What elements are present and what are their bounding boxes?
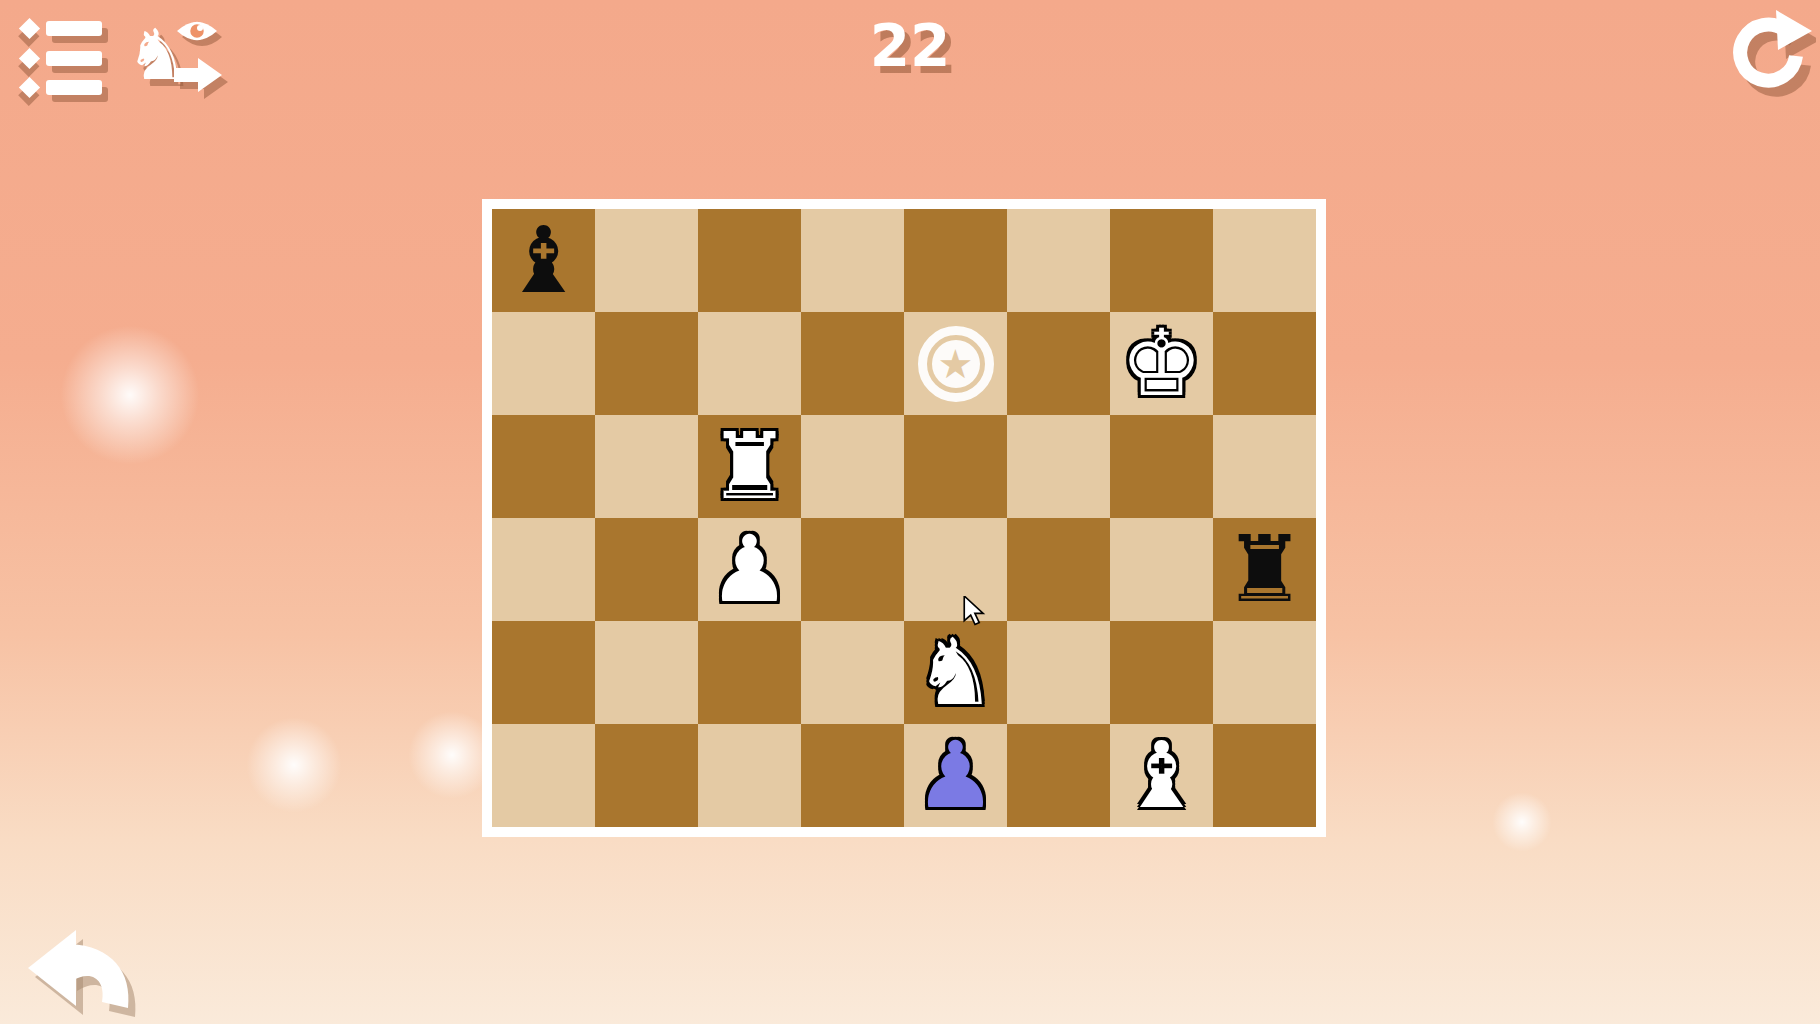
square-r5c3[interactable] [698, 621, 801, 724]
square-r3c4[interactable] [801, 415, 904, 518]
black-rook[interactable]: ♜ [1213, 518, 1316, 621]
square-r1c3[interactable] [698, 209, 801, 312]
square-r4c4[interactable] [801, 518, 904, 621]
square-r2c4[interactable] [801, 312, 904, 415]
board-grid: ★♝♚♜♟♜♞♟♝ [492, 209, 1316, 827]
square-r4c1[interactable] [492, 518, 595, 621]
square-r5c2[interactable] [595, 621, 698, 724]
square-r6c8[interactable] [1213, 724, 1316, 827]
game-screen: ♞ 22 [0, 0, 1820, 1024]
target-ring: ★ [918, 326, 994, 402]
square-r4c5[interactable] [904, 518, 1007, 621]
restart-button[interactable] [1724, 10, 1816, 102]
square-r3c7[interactable] [1110, 415, 1213, 518]
target-marker: ★ [904, 312, 1007, 415]
restart-icon [1724, 10, 1816, 102]
background-glow [60, 325, 200, 465]
square-r6c3[interactable] [698, 724, 801, 827]
white-knight[interactable]: ♞ [904, 621, 1007, 724]
blue-pawn[interactable]: ♟ [904, 724, 1007, 827]
square-r4c6[interactable] [1007, 518, 1110, 621]
square-r2c2[interactable] [595, 312, 698, 415]
level-number: 22 [0, 12, 1820, 80]
square-r4c7[interactable] [1110, 518, 1213, 621]
background-glow [246, 717, 342, 813]
undo-arrow-icon [26, 928, 152, 1020]
square-r3c5[interactable] [904, 415, 1007, 518]
square-r3c1[interactable] [492, 415, 595, 518]
square-r5c1[interactable] [492, 621, 595, 724]
list-icon [22, 79, 108, 96]
white-rook[interactable]: ♜ [698, 415, 801, 518]
square-r1c6[interactable] [1007, 209, 1110, 312]
square-r3c2[interactable] [595, 415, 698, 518]
square-r1c2[interactable] [595, 209, 698, 312]
square-r5c4[interactable] [801, 621, 904, 724]
square-r5c6[interactable] [1007, 621, 1110, 724]
square-r2c3[interactable] [698, 312, 801, 415]
list-bullet-icon [19, 77, 40, 98]
square-r4c2[interactable] [595, 518, 698, 621]
list-bar-icon [46, 80, 102, 95]
square-r6c2[interactable] [595, 724, 698, 827]
square-r3c6[interactable] [1007, 415, 1110, 518]
target-disc: ★ [932, 340, 980, 388]
square-r5c7[interactable] [1110, 621, 1213, 724]
square-r1c4[interactable] [801, 209, 904, 312]
chess-board: ★♝♚♜♟♜♞♟♝ [482, 199, 1326, 837]
black-bishop[interactable]: ♝ [492, 209, 595, 312]
undo-button[interactable] [26, 928, 152, 1020]
star-icon: ★ [938, 344, 974, 384]
square-r5c8[interactable] [1213, 621, 1316, 724]
white-king[interactable]: ♚ [1110, 312, 1213, 415]
square-r1c8[interactable] [1213, 209, 1316, 312]
white-pawn[interactable]: ♟ [698, 518, 801, 621]
square-r2c8[interactable] [1213, 312, 1316, 415]
square-r2c1[interactable] [492, 312, 595, 415]
square-r1c5[interactable] [904, 209, 1007, 312]
square-r3c8[interactable] [1213, 415, 1316, 518]
square-r1c7[interactable] [1110, 209, 1213, 312]
square-r6c1[interactable] [492, 724, 595, 827]
square-r6c4[interactable] [801, 724, 904, 827]
white-bishop[interactable]: ♝ [1110, 724, 1213, 827]
square-r2c6[interactable] [1007, 312, 1110, 415]
square-r6c6[interactable] [1007, 724, 1110, 827]
background-glow [1492, 792, 1552, 852]
